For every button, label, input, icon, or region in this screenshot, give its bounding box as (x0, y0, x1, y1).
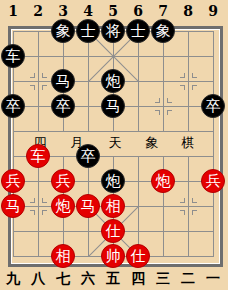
piece-red-帅[interactable]: 帅 (101, 244, 125, 268)
point-marker (167, 110, 172, 115)
file-label-bottom: 八 (28, 271, 48, 285)
file-label-bottom: 三 (153, 271, 173, 285)
point-marker (180, 73, 185, 78)
piece-red-兵[interactable]: 兵 (51, 169, 75, 193)
file-label-top: 1 (3, 4, 23, 18)
point-marker (42, 210, 47, 215)
file-label-top: 2 (28, 4, 48, 18)
point-marker (155, 110, 160, 115)
file-label-top: 7 (153, 4, 173, 18)
piece-red-炮[interactable]: 炮 (151, 169, 175, 193)
piece-red-车[interactable]: 车 (26, 144, 50, 168)
piece-black-车[interactable]: 车 (1, 44, 25, 68)
piece-black-卒[interactable]: 卒 (51, 94, 75, 118)
piece-black-将[interactable]: 将 (101, 19, 125, 43)
file-label-bottom: 六 (78, 271, 98, 285)
piece-red-相[interactable]: 相 (101, 194, 125, 218)
file-label-bottom: 五 (103, 271, 123, 285)
point-marker (180, 198, 185, 203)
file-label-bottom: 一 (203, 271, 223, 285)
point-marker (192, 85, 197, 90)
piece-red-仕[interactable]: 仕 (126, 244, 150, 268)
piece-red-相[interactable]: 相 (51, 244, 75, 268)
point-marker (30, 210, 35, 215)
xiangqi-board[interactable]: 四月天象棋 123456789 九八七六五四三二一 象士将士象车马炮卒卒马卒车卒… (0, 0, 228, 290)
piece-red-炮[interactable]: 炮 (51, 194, 75, 218)
grid-line (38, 156, 39, 257)
file-label-top: 9 (203, 4, 223, 18)
grid-line (38, 31, 39, 132)
piece-black-炮[interactable]: 炮 (101, 169, 125, 193)
river-character: 天 (108, 136, 122, 150)
file-label-bottom: 七 (53, 271, 73, 285)
point-marker (42, 198, 47, 203)
point-marker (42, 85, 47, 90)
point-marker (180, 210, 185, 215)
river-character: 棋 (181, 136, 195, 150)
piece-red-兵[interactable]: 兵 (1, 169, 25, 193)
point-marker (192, 198, 197, 203)
file-label-bottom: 九 (3, 271, 23, 285)
piece-black-士[interactable]: 士 (126, 19, 150, 43)
point-marker (155, 98, 160, 103)
piece-red-兵[interactable]: 兵 (201, 169, 225, 193)
grid-line (188, 156, 189, 257)
grid-line (188, 31, 189, 132)
point-marker (30, 85, 35, 90)
piece-black-马[interactable]: 马 (101, 94, 125, 118)
piece-black-卒[interactable]: 卒 (76, 144, 100, 168)
point-marker (192, 73, 197, 78)
point-marker (30, 73, 35, 78)
piece-red-马[interactable]: 马 (76, 194, 100, 218)
piece-black-炮[interactable]: 炮 (101, 69, 125, 93)
piece-red-仕[interactable]: 仕 (101, 219, 125, 243)
river-character: 象 (145, 136, 159, 150)
piece-black-马[interactable]: 马 (51, 69, 75, 93)
file-label-top: 3 (53, 4, 73, 18)
file-label-top: 6 (128, 4, 148, 18)
file-label-top: 5 (103, 4, 123, 18)
point-marker (192, 210, 197, 215)
piece-black-士[interactable]: 士 (76, 19, 100, 43)
grid-line (213, 31, 214, 257)
grid-line (163, 31, 164, 132)
point-marker (42, 73, 47, 78)
piece-black-卒[interactable]: 卒 (1, 94, 25, 118)
piece-black-卒[interactable]: 卒 (201, 94, 225, 118)
point-marker (30, 198, 35, 203)
file-label-bottom: 四 (128, 271, 148, 285)
file-label-top: 8 (178, 4, 198, 18)
file-label-bottom: 二 (178, 271, 198, 285)
piece-black-象[interactable]: 象 (151, 19, 175, 43)
file-label-top: 4 (78, 4, 98, 18)
point-marker (180, 85, 185, 90)
piece-black-象[interactable]: 象 (51, 19, 75, 43)
point-marker (167, 98, 172, 103)
piece-red-马[interactable]: 马 (1, 194, 25, 218)
